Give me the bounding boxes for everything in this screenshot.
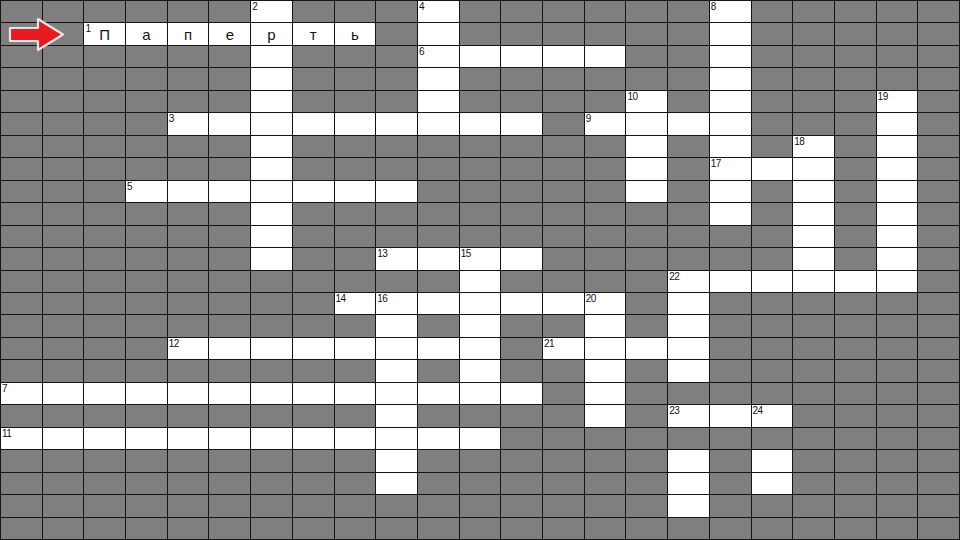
cell-r3-c21 xyxy=(877,68,918,89)
cell-r19-c22 xyxy=(918,428,959,449)
cell-r2-c10[interactable]: 6 xyxy=(418,46,459,67)
cell-r16-c0 xyxy=(1,360,42,381)
cell-r2-c11[interactable] xyxy=(460,46,501,67)
cell-r18-c18[interactable]: 24 xyxy=(752,405,793,426)
cell-r16-c16[interactable] xyxy=(668,360,709,381)
cell-r13-c8[interactable]: 14 xyxy=(335,293,376,314)
cell-r16-c5 xyxy=(209,360,250,381)
cell-letter: п xyxy=(168,23,209,44)
cell-r1-c17[interactable] xyxy=(710,23,751,44)
cell-r5-c17[interactable] xyxy=(710,113,751,134)
cell-r15-c12 xyxy=(501,338,542,359)
cell-r7-c6[interactable] xyxy=(251,158,292,179)
clue-number-5: 5 xyxy=(127,181,132,192)
cell-r6-c15[interactable] xyxy=(626,136,667,157)
cell-r7-c21[interactable] xyxy=(877,158,918,179)
cell-r1-c3[interactable]: а xyxy=(126,23,167,44)
cell-r21-c1 xyxy=(43,473,84,494)
cell-r1-c18 xyxy=(752,23,793,44)
cell-r10-c5 xyxy=(209,226,250,247)
cell-r5-c10[interactable] xyxy=(418,113,459,134)
cell-r3-c6[interactable] xyxy=(251,68,292,89)
cell-r17-c3[interactable] xyxy=(126,383,167,404)
cell-r12-c19[interactable] xyxy=(793,271,834,292)
cell-r11-c9[interactable]: 13 xyxy=(376,248,417,269)
cell-r1-c1 xyxy=(43,23,84,44)
cell-r6-c16 xyxy=(668,136,709,157)
cell-r19-c8[interactable] xyxy=(335,428,376,449)
clue-number-2: 2 xyxy=(252,1,257,12)
cell-r12-c14 xyxy=(585,271,626,292)
cell-r10-c6[interactable] xyxy=(251,226,292,247)
cell-r3-c14 xyxy=(585,68,626,89)
cell-r19-c2[interactable] xyxy=(84,428,125,449)
cell-r8-c7[interactable] xyxy=(293,181,334,202)
cell-r23-c17 xyxy=(710,518,751,539)
cell-r7-c12 xyxy=(501,158,542,179)
cell-r17-c4[interactable] xyxy=(168,383,209,404)
cell-r15-c15[interactable] xyxy=(626,338,667,359)
cell-r7-c4 xyxy=(168,158,209,179)
cell-r21-c9[interactable] xyxy=(376,473,417,494)
cell-r19-c10[interactable] xyxy=(418,428,459,449)
cell-r17-c12[interactable] xyxy=(501,383,542,404)
cell-r11-c12[interactable] xyxy=(501,248,542,269)
cell-r9-c17[interactable] xyxy=(710,203,751,224)
cell-r1-c8[interactable]: ь xyxy=(335,23,376,44)
cell-r16-c17 xyxy=(710,360,751,381)
cell-r17-c6[interactable] xyxy=(251,383,292,404)
cell-r18-c12 xyxy=(501,405,542,426)
cell-r10-c8 xyxy=(335,226,376,247)
cell-r5-c8[interactable] xyxy=(335,113,376,134)
cell-r12-c21[interactable] xyxy=(877,271,918,292)
cell-r11-c19[interactable] xyxy=(793,248,834,269)
cell-r3-c0 xyxy=(1,68,42,89)
cell-r17-c8[interactable] xyxy=(335,383,376,404)
cell-r11-c3 xyxy=(126,248,167,269)
cell-r13-c7 xyxy=(293,293,334,314)
cell-r12-c6 xyxy=(251,271,292,292)
clue-number-19: 19 xyxy=(878,91,888,102)
cell-r18-c3 xyxy=(126,405,167,426)
cell-r15-c10[interactable] xyxy=(418,338,459,359)
cell-r8-c1 xyxy=(43,181,84,202)
cell-letter: т xyxy=(293,23,334,44)
cell-r6-c8 xyxy=(335,136,376,157)
cell-r23-c5 xyxy=(209,518,250,539)
cell-r1-c6[interactable]: р xyxy=(251,23,292,44)
cell-r12-c2 xyxy=(84,271,125,292)
cell-r9-c9 xyxy=(376,203,417,224)
cell-r13-c14[interactable]: 20 xyxy=(585,293,626,314)
cell-r6-c6[interactable] xyxy=(251,136,292,157)
cell-r17-c1[interactable] xyxy=(43,383,84,404)
cell-r14-c13 xyxy=(543,315,584,336)
cell-r2-c13[interactable] xyxy=(543,46,584,67)
cell-r12-c17[interactable] xyxy=(710,271,751,292)
cell-r14-c9[interactable] xyxy=(376,315,417,336)
cell-r14-c11[interactable] xyxy=(460,315,501,336)
cell-r19-c6[interactable] xyxy=(251,428,292,449)
cell-r4-c15[interactable]: 10 xyxy=(626,91,667,112)
cell-r7-c7 xyxy=(293,158,334,179)
cell-r4-c22 xyxy=(918,91,959,112)
cell-r3-c5 xyxy=(209,68,250,89)
cell-r7-c17[interactable]: 17 xyxy=(710,158,751,179)
cell-r12-c20[interactable] xyxy=(835,271,876,292)
cell-r17-c2[interactable] xyxy=(84,383,125,404)
cell-r4-c17[interactable] xyxy=(710,91,751,112)
cell-r10-c19[interactable] xyxy=(793,226,834,247)
cell-r20-c18[interactable] xyxy=(752,450,793,471)
cell-r11-c7 xyxy=(293,248,334,269)
cell-r4-c10[interactable] xyxy=(418,91,459,112)
cell-r21-c18[interactable] xyxy=(752,473,793,494)
clue-number-4: 4 xyxy=(419,1,424,12)
cell-r0-c19 xyxy=(793,1,834,22)
cell-r3-c2 xyxy=(84,68,125,89)
cell-r19-c5[interactable] xyxy=(209,428,250,449)
cell-r9-c16 xyxy=(668,203,709,224)
cell-r12-c11[interactable] xyxy=(460,271,501,292)
cell-r2-c2 xyxy=(84,46,125,67)
cell-r5-c16[interactable] xyxy=(668,113,709,134)
cell-r15-c5[interactable] xyxy=(209,338,250,359)
cell-r20-c5 xyxy=(209,450,250,471)
cell-r8-c9[interactable] xyxy=(376,181,417,202)
cell-r8-c10 xyxy=(418,181,459,202)
cell-r8-c5[interactable] xyxy=(209,181,250,202)
cell-r7-c18[interactable] xyxy=(752,158,793,179)
cell-r19-c11[interactable] xyxy=(460,428,501,449)
cell-r7-c20 xyxy=(835,158,876,179)
cell-r17-c11[interactable] xyxy=(460,383,501,404)
cell-r12-c7 xyxy=(293,271,334,292)
cell-r16-c9[interactable] xyxy=(376,360,417,381)
cell-r15-c6[interactable] xyxy=(251,338,292,359)
cell-r12-c1 xyxy=(43,271,84,292)
cell-r1-c7[interactable]: т xyxy=(293,23,334,44)
cell-r3-c4 xyxy=(168,68,209,89)
cell-r9-c21[interactable] xyxy=(877,203,918,224)
cell-r11-c17 xyxy=(710,248,751,269)
cell-r5-c21[interactable] xyxy=(877,113,918,134)
cell-r8-c15[interactable] xyxy=(626,181,667,202)
cell-r14-c16[interactable] xyxy=(668,315,709,336)
cell-r20-c13 xyxy=(543,450,584,471)
cell-r2-c12[interactable] xyxy=(501,46,542,67)
cell-r15-c7[interactable] xyxy=(293,338,334,359)
cell-r8-c17[interactable] xyxy=(710,181,751,202)
cell-r0-c6[interactable]: 2 xyxy=(251,1,292,22)
cell-r5-c12[interactable] xyxy=(501,113,542,134)
cell-r9-c11 xyxy=(460,203,501,224)
cell-r15-c13[interactable]: 21 xyxy=(543,338,584,359)
cell-r23-c4 xyxy=(168,518,209,539)
cell-r8-c19[interactable] xyxy=(793,181,834,202)
cell-r18-c17[interactable] xyxy=(710,405,751,426)
cell-r15-c4[interactable]: 12 xyxy=(168,338,209,359)
cell-r4-c6[interactable] xyxy=(251,91,292,112)
cell-r6-c17[interactable] xyxy=(710,136,751,157)
cell-r2-c19 xyxy=(793,46,834,67)
cell-r7-c5 xyxy=(209,158,250,179)
cell-r20-c4 xyxy=(168,450,209,471)
cell-r10-c16 xyxy=(668,226,709,247)
cell-r21-c21 xyxy=(877,473,918,494)
cell-r3-c16 xyxy=(668,68,709,89)
cell-r6-c11 xyxy=(460,136,501,157)
cell-r13-c0 xyxy=(1,293,42,314)
cell-r14-c22 xyxy=(918,315,959,336)
cell-r20-c0 xyxy=(1,450,42,471)
cell-r3-c19 xyxy=(793,68,834,89)
cell-r1-c19 xyxy=(793,23,834,44)
cell-r20-c21 xyxy=(877,450,918,471)
cell-r5-c4[interactable]: 3 xyxy=(168,113,209,134)
cell-r17-c19 xyxy=(793,383,834,404)
cell-r6-c22 xyxy=(918,136,959,157)
cell-r9-c7 xyxy=(293,203,334,224)
cell-r20-c3 xyxy=(126,450,167,471)
cell-r11-c16 xyxy=(668,248,709,269)
cell-r0-c17[interactable]: 8 xyxy=(710,1,751,22)
cell-r15-c22 xyxy=(918,338,959,359)
cell-r2-c7 xyxy=(293,46,334,67)
cell-r10-c1 xyxy=(43,226,84,247)
cell-r9-c14 xyxy=(585,203,626,224)
cell-r5-c11[interactable] xyxy=(460,113,501,134)
cell-r20-c9[interactable] xyxy=(376,450,417,471)
cell-r9-c15 xyxy=(626,203,667,224)
cell-r22-c5 xyxy=(209,495,250,516)
cell-r13-c1 xyxy=(43,293,84,314)
cell-r19-c4[interactable] xyxy=(168,428,209,449)
cell-r19-c3[interactable] xyxy=(126,428,167,449)
cell-r15-c11[interactable] xyxy=(460,338,501,359)
cell-r10-c12 xyxy=(501,226,542,247)
cell-r1-c4[interactable]: п xyxy=(168,23,209,44)
cell-r21-c17 xyxy=(710,473,751,494)
cell-r17-c20 xyxy=(835,383,876,404)
cell-r21-c22 xyxy=(918,473,959,494)
cell-r15-c16[interactable] xyxy=(668,338,709,359)
cell-r18-c16[interactable]: 23 xyxy=(668,405,709,426)
cell-r19-c17 xyxy=(710,428,751,449)
cell-r2-c3 xyxy=(126,46,167,67)
cell-r11-c21[interactable] xyxy=(877,248,918,269)
cell-r9-c20 xyxy=(835,203,876,224)
cell-r6-c20 xyxy=(835,136,876,157)
cell-r17-c18 xyxy=(752,383,793,404)
cell-r5-c6[interactable] xyxy=(251,113,292,134)
clue-number-12: 12 xyxy=(169,338,179,349)
cell-r15-c8[interactable] xyxy=(335,338,376,359)
cell-r21-c14 xyxy=(585,473,626,494)
cell-r17-c10[interactable] xyxy=(418,383,459,404)
cell-r1-c14 xyxy=(585,23,626,44)
cell-r21-c16[interactable] xyxy=(668,473,709,494)
cell-r4-c21[interactable]: 19 xyxy=(877,91,918,112)
cell-r1-c2[interactable]: 1П xyxy=(84,23,125,44)
cell-r18-c19 xyxy=(793,405,834,426)
cell-r11-c0 xyxy=(1,248,42,269)
cell-r5-c22 xyxy=(918,113,959,134)
cell-r16-c11[interactable] xyxy=(460,360,501,381)
cell-r5-c15[interactable] xyxy=(626,113,667,134)
cell-r16-c13 xyxy=(543,360,584,381)
cell-r17-c0[interactable]: 7 xyxy=(1,383,42,404)
cell-r15-c20 xyxy=(835,338,876,359)
cell-r17-c7[interactable] xyxy=(293,383,334,404)
cell-r17-c21 xyxy=(877,383,918,404)
cell-r9-c19[interactable] xyxy=(793,203,834,224)
cell-r13-c11[interactable] xyxy=(460,293,501,314)
cell-r21-c7 xyxy=(293,473,334,494)
cell-r11-c5 xyxy=(209,248,250,269)
cell-r15-c14[interactable] xyxy=(585,338,626,359)
cell-r13-c16[interactable] xyxy=(668,293,709,314)
cell-r20-c7 xyxy=(293,450,334,471)
cell-r19-c7[interactable] xyxy=(293,428,334,449)
cell-r8-c11 xyxy=(460,181,501,202)
cell-r5-c9[interactable] xyxy=(376,113,417,134)
cell-r13-c9[interactable]: 16 xyxy=(376,293,417,314)
cell-r17-c5[interactable] xyxy=(209,383,250,404)
cell-r8-c21[interactable] xyxy=(877,181,918,202)
cell-r20-c2 xyxy=(84,450,125,471)
cell-r12-c16[interactable]: 22 xyxy=(668,271,709,292)
cell-r0-c9 xyxy=(376,1,417,22)
cell-r3-c8 xyxy=(335,68,376,89)
cell-letter: ь xyxy=(335,23,376,44)
cell-r2-c15 xyxy=(626,46,667,67)
cell-r14-c18 xyxy=(752,315,793,336)
cell-r8-c6[interactable] xyxy=(251,181,292,202)
cell-r2-c6[interactable] xyxy=(251,46,292,67)
cell-r6-c19[interactable]: 18 xyxy=(793,136,834,157)
cell-r21-c20 xyxy=(835,473,876,494)
cell-r13-c12[interactable] xyxy=(501,293,542,314)
cell-r19-c14 xyxy=(585,428,626,449)
cell-r13-c10[interactable] xyxy=(418,293,459,314)
cell-r0-c20 xyxy=(835,1,876,22)
cell-r0-c21 xyxy=(877,1,918,22)
cell-r7-c2 xyxy=(84,158,125,179)
cell-r15-c9[interactable] xyxy=(376,338,417,359)
cell-r14-c5 xyxy=(209,315,250,336)
cell-r14-c20 xyxy=(835,315,876,336)
cell-r16-c4 xyxy=(168,360,209,381)
cell-r12-c18[interactable] xyxy=(752,271,793,292)
cell-r5-c7[interactable] xyxy=(293,113,334,134)
cell-r16-c2 xyxy=(84,360,125,381)
cell-r5-c14[interactable]: 9 xyxy=(585,113,626,134)
cell-r7-c19[interactable] xyxy=(793,158,834,179)
cell-r16-c19 xyxy=(793,360,834,381)
cell-r20-c16[interactable] xyxy=(668,450,709,471)
cell-r17-c9[interactable] xyxy=(376,383,417,404)
cell-r7-c15[interactable] xyxy=(626,158,667,179)
cell-r21-c11 xyxy=(460,473,501,494)
cell-r3-c10[interactable] xyxy=(418,68,459,89)
cell-r17-c14[interactable] xyxy=(585,383,626,404)
cell-r2-c0 xyxy=(1,46,42,67)
cell-r2-c17[interactable] xyxy=(710,46,751,67)
cell-r23-c16 xyxy=(668,518,709,539)
cell-r7-c10 xyxy=(418,158,459,179)
cell-r10-c0 xyxy=(1,226,42,247)
cell-r16-c14[interactable] xyxy=(585,360,626,381)
cell-r8-c3[interactable]: 5 xyxy=(126,181,167,202)
cell-r11-c22 xyxy=(918,248,959,269)
cell-r11-c10[interactable] xyxy=(418,248,459,269)
cell-r19-c0[interactable]: 11 xyxy=(1,428,42,449)
cell-r6-c21[interactable] xyxy=(877,136,918,157)
clue-number-14: 14 xyxy=(336,293,346,304)
cell-r11-c6[interactable] xyxy=(251,248,292,269)
cell-r3-c17[interactable] xyxy=(710,68,751,89)
cell-r4-c5 xyxy=(209,91,250,112)
cell-r16-c22 xyxy=(918,360,959,381)
cell-r22-c0 xyxy=(1,495,42,516)
cell-r1-c5[interactable]: е xyxy=(209,23,250,44)
cell-r14-c14[interactable] xyxy=(585,315,626,336)
cell-r5-c5[interactable] xyxy=(209,113,250,134)
cell-r21-c6 xyxy=(251,473,292,494)
cell-r0-c14 xyxy=(585,1,626,22)
cell-r0-c10[interactable]: 4 xyxy=(418,1,459,22)
cell-r18-c9[interactable] xyxy=(376,405,417,426)
cell-r19-c9[interactable] xyxy=(376,428,417,449)
cell-r21-c5 xyxy=(209,473,250,494)
cell-r22-c14 xyxy=(585,495,626,516)
cell-r15-c0 xyxy=(1,338,42,359)
cell-r22-c16[interactable] xyxy=(668,495,709,516)
cell-r2-c14[interactable] xyxy=(585,46,626,67)
cell-r1-c10[interactable] xyxy=(418,23,459,44)
cell-r3-c9 xyxy=(376,68,417,89)
cell-r13-c13[interactable] xyxy=(543,293,584,314)
cell-r10-c2 xyxy=(84,226,125,247)
cell-r18-c14[interactable] xyxy=(585,405,626,426)
cell-r9-c2 xyxy=(84,203,125,224)
cell-letter: е xyxy=(209,23,250,44)
cell-r7-c16 xyxy=(668,158,709,179)
cell-r10-c21[interactable] xyxy=(877,226,918,247)
cell-r18-c6 xyxy=(251,405,292,426)
cell-r21-c8 xyxy=(335,473,376,494)
cell-r19-c1[interactable] xyxy=(43,428,84,449)
cell-r8-c4[interactable] xyxy=(168,181,209,202)
cell-r14-c8 xyxy=(335,315,376,336)
cell-r5-c19 xyxy=(793,113,834,134)
cell-r1-c15 xyxy=(626,23,667,44)
cell-r9-c6[interactable] xyxy=(251,203,292,224)
cell-r11-c11[interactable]: 15 xyxy=(460,248,501,269)
cell-r5-c3 xyxy=(126,113,167,134)
cell-r10-c15 xyxy=(626,226,667,247)
cell-r22-c22 xyxy=(918,495,959,516)
cell-r14-c3 xyxy=(126,315,167,336)
cell-r4-c3 xyxy=(126,91,167,112)
cell-r23-c2 xyxy=(84,518,125,539)
cell-r14-c19 xyxy=(793,315,834,336)
clue-number-7: 7 xyxy=(2,383,7,394)
cell-r8-c8[interactable] xyxy=(335,181,376,202)
cell-r6-c12 xyxy=(501,136,542,157)
